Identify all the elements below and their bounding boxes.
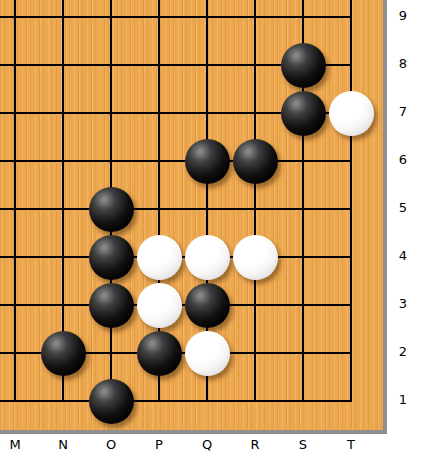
intersection-N5[interactable] xyxy=(39,185,87,233)
intersection-O7[interactable] xyxy=(87,89,135,137)
column-label-S: S xyxy=(291,437,315,452)
intersection-O9[interactable] xyxy=(87,0,135,41)
board-edge-shadow-bottom xyxy=(0,430,387,434)
black-stone-S8: ● xyxy=(281,43,326,88)
intersection-O4[interactable]: ● xyxy=(87,233,135,281)
intersection-P5[interactable] xyxy=(135,185,183,233)
intersection-S3[interactable] xyxy=(279,281,327,329)
row-label-8: 8 xyxy=(386,56,420,71)
column-label-T: T xyxy=(339,437,363,452)
go-board-grid[interactable]: ●●○●●●●○○○●○●●●○● xyxy=(0,0,375,425)
intersection-R4[interactable]: ○ xyxy=(231,233,279,281)
intersection-T5[interactable] xyxy=(327,185,375,233)
intersection-T2[interactable] xyxy=(327,329,375,377)
intersection-M5[interactable] xyxy=(0,185,39,233)
intersection-O5[interactable]: ● xyxy=(87,185,135,233)
intersection-Q5[interactable] xyxy=(183,185,231,233)
white-stone-Q4: ○ xyxy=(185,235,230,280)
row-label-9: 9 xyxy=(386,8,420,23)
black-stone-Q6: ● xyxy=(185,139,230,184)
intersection-N2[interactable]: ● xyxy=(39,329,87,377)
intersection-T8[interactable] xyxy=(327,41,375,89)
intersection-R1[interactable] xyxy=(231,377,279,425)
intersection-Q9[interactable] xyxy=(183,0,231,41)
white-stone-T7: ○ xyxy=(329,91,374,136)
intersection-N4[interactable] xyxy=(39,233,87,281)
black-stone-S7: ● xyxy=(281,91,326,136)
intersection-P7[interactable] xyxy=(135,89,183,137)
intersection-M4[interactable] xyxy=(0,233,39,281)
intersection-Q2[interactable]: ○ xyxy=(183,329,231,377)
intersection-M1[interactable] xyxy=(0,377,39,425)
intersection-S6[interactable] xyxy=(279,137,327,185)
row-label-4: 4 xyxy=(386,248,420,263)
intersection-P9[interactable] xyxy=(135,0,183,41)
go-board: ●●○●●●●○○○●○●●●○● xyxy=(0,0,383,430)
intersection-T3[interactable] xyxy=(327,281,375,329)
intersection-S7[interactable]: ● xyxy=(279,89,327,137)
intersection-O3[interactable]: ● xyxy=(87,281,135,329)
intersection-O8[interactable] xyxy=(87,41,135,89)
intersection-S1[interactable] xyxy=(279,377,327,425)
white-stone-P3: ○ xyxy=(137,283,182,328)
intersection-S4[interactable] xyxy=(279,233,327,281)
intersection-P3[interactable]: ○ xyxy=(135,281,183,329)
intersection-N8[interactable] xyxy=(39,41,87,89)
intersection-P1[interactable] xyxy=(135,377,183,425)
intersection-R2[interactable] xyxy=(231,329,279,377)
intersection-S5[interactable] xyxy=(279,185,327,233)
intersection-T7[interactable]: ○ xyxy=(327,89,375,137)
black-stone-N2: ● xyxy=(41,331,86,376)
intersection-R7[interactable] xyxy=(231,89,279,137)
intersection-R3[interactable] xyxy=(231,281,279,329)
column-label-R: R xyxy=(243,437,267,452)
column-label-M: M xyxy=(3,437,27,452)
row-label-2: 2 xyxy=(386,344,420,359)
black-stone-O3: ● xyxy=(89,283,134,328)
row-label-6: 6 xyxy=(386,152,420,167)
intersection-Q4[interactable]: ○ xyxy=(183,233,231,281)
intersection-M7[interactable] xyxy=(0,89,39,137)
intersection-M3[interactable] xyxy=(0,281,39,329)
intersection-N1[interactable] xyxy=(39,377,87,425)
black-stone-P2: ● xyxy=(137,331,182,376)
row-label-3: 3 xyxy=(386,296,420,311)
column-label-N: N xyxy=(51,437,75,452)
intersection-R6[interactable]: ● xyxy=(231,137,279,185)
intersection-Q7[interactable] xyxy=(183,89,231,137)
intersection-R8[interactable] xyxy=(231,41,279,89)
intersection-O6[interactable] xyxy=(87,137,135,185)
intersection-M8[interactable] xyxy=(0,41,39,89)
intersection-S2[interactable] xyxy=(279,329,327,377)
white-stone-P4: ○ xyxy=(137,235,182,280)
intersection-N3[interactable] xyxy=(39,281,87,329)
black-stone-Q3: ● xyxy=(185,283,230,328)
black-stone-O1: ● xyxy=(89,379,134,424)
intersection-S9[interactable] xyxy=(279,0,327,41)
intersection-N9[interactable] xyxy=(39,0,87,41)
intersection-P4[interactable]: ○ xyxy=(135,233,183,281)
intersection-M6[interactable] xyxy=(0,137,39,185)
intersection-O2[interactable] xyxy=(87,329,135,377)
intersection-P6[interactable] xyxy=(135,137,183,185)
intersection-S8[interactable]: ● xyxy=(279,41,327,89)
intersection-R9[interactable] xyxy=(231,0,279,41)
go-board-screenshot: ●●○●●●●○○○●○●●●○● 987654321 MNOPQRST xyxy=(0,0,422,470)
white-stone-R4: ○ xyxy=(233,235,278,280)
black-stone-R6: ● xyxy=(233,139,278,184)
intersection-N7[interactable] xyxy=(39,89,87,137)
intersection-P2[interactable]: ● xyxy=(135,329,183,377)
intersection-M9[interactable] xyxy=(0,0,39,41)
row-label-5: 5 xyxy=(386,200,420,215)
column-label-O: O xyxy=(99,437,123,452)
intersection-Q8[interactable] xyxy=(183,41,231,89)
black-stone-O4: ● xyxy=(89,235,134,280)
column-label-Q: Q xyxy=(195,437,219,452)
intersection-T1[interactable] xyxy=(327,377,375,425)
column-label-P: P xyxy=(147,437,171,452)
intersection-R5[interactable] xyxy=(231,185,279,233)
intersection-T9[interactable] xyxy=(327,0,375,41)
intersection-N6[interactable] xyxy=(39,137,87,185)
intersection-P8[interactable] xyxy=(135,41,183,89)
intersection-T6[interactable] xyxy=(327,137,375,185)
intersection-Q3[interactable]: ● xyxy=(183,281,231,329)
row-label-7: 7 xyxy=(386,104,420,119)
intersection-Q1[interactable] xyxy=(183,377,231,425)
intersection-M2[interactable] xyxy=(0,329,39,377)
intersection-T4[interactable] xyxy=(327,233,375,281)
black-stone-O5: ● xyxy=(89,187,134,232)
intersection-O1[interactable]: ● xyxy=(87,377,135,425)
row-label-1: 1 xyxy=(386,392,420,407)
intersection-Q6[interactable]: ● xyxy=(183,137,231,185)
white-stone-Q2: ○ xyxy=(185,331,230,376)
